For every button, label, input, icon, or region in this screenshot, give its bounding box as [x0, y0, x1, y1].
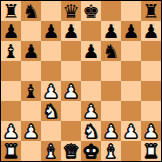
square-h6[interactable]	[141, 41, 161, 61]
square-a7[interactable]: ♟	[1, 21, 21, 41]
square-f6[interactable]: ♞	[101, 41, 121, 61]
square-h1[interactable]: ♜	[141, 141, 161, 161]
square-b5[interactable]	[21, 61, 41, 81]
square-g2[interactable]: ♟	[121, 121, 141, 141]
square-g7[interactable]: ♟	[121, 21, 141, 41]
square-e3[interactable]: ♟	[81, 101, 101, 121]
square-a3[interactable]	[1, 101, 21, 121]
square-h7[interactable]: ♟	[141, 21, 161, 41]
square-c6[interactable]	[41, 41, 61, 61]
square-c4[interactable]: ♟	[41, 81, 61, 101]
square-c7[interactable]: ♟	[41, 21, 61, 41]
piece-white-bishop[interactable]: ♝	[102, 141, 119, 161]
square-g4[interactable]	[121, 81, 141, 101]
piece-white-pawn[interactable]: ♟	[2, 121, 19, 141]
square-d3[interactable]	[61, 101, 81, 121]
piece-white-pawn[interactable]: ♟	[142, 121, 159, 141]
square-h4[interactable]	[141, 81, 161, 101]
piece-white-bishop[interactable]: ♝	[42, 141, 59, 161]
square-e1[interactable]: ♚	[81, 141, 101, 161]
square-b2[interactable]: ♟	[21, 121, 41, 141]
square-h3[interactable]	[141, 101, 161, 121]
piece-white-knight[interactable]: ♞	[42, 101, 59, 121]
square-b1[interactable]	[21, 141, 41, 161]
square-b4[interactable]: ♝	[21, 81, 41, 101]
square-f8[interactable]	[101, 1, 121, 21]
piece-white-queen[interactable]: ♛	[62, 141, 79, 161]
square-e6[interactable]: ♟	[81, 41, 101, 61]
piece-black-knight[interactable]: ♞	[22, 1, 39, 21]
piece-black-rook[interactable]: ♜	[2, 1, 19, 21]
square-d6[interactable]	[61, 41, 81, 61]
square-g8[interactable]	[121, 1, 141, 21]
square-g1[interactable]	[121, 141, 141, 161]
square-d2[interactable]	[61, 121, 81, 141]
square-g5[interactable]	[121, 61, 141, 81]
square-a1[interactable]: ♜	[1, 141, 21, 161]
square-a8[interactable]: ♜	[1, 1, 21, 21]
square-h5[interactable]	[141, 61, 161, 81]
square-b8[interactable]: ♞	[21, 1, 41, 21]
piece-black-king[interactable]: ♚	[82, 1, 99, 21]
piece-black-bishop[interactable]: ♝	[2, 41, 19, 61]
square-c3[interactable]: ♞	[41, 101, 61, 121]
piece-black-pawn[interactable]: ♟	[42, 21, 59, 41]
square-e4[interactable]	[81, 81, 101, 101]
square-e5[interactable]	[81, 61, 101, 81]
square-d4[interactable]: ♟	[61, 81, 81, 101]
square-c1[interactable]: ♝	[41, 141, 61, 161]
square-f3[interactable]	[101, 101, 121, 121]
square-c5[interactable]	[41, 61, 61, 81]
square-f4[interactable]	[101, 81, 121, 101]
piece-black-pawn[interactable]: ♟	[2, 21, 19, 41]
square-c2[interactable]	[41, 121, 61, 141]
piece-black-knight[interactable]: ♞	[102, 41, 119, 61]
piece-white-rook[interactable]: ♜	[142, 141, 159, 161]
piece-black-pawn[interactable]: ♟	[62, 21, 79, 41]
piece-black-pawn[interactable]: ♟	[142, 21, 159, 41]
square-g3[interactable]	[121, 101, 141, 121]
square-b6[interactable]: ♟	[21, 41, 41, 61]
square-d1[interactable]: ♛	[61, 141, 81, 161]
square-a6[interactable]: ♝	[1, 41, 21, 61]
chess-board-frame: ♜♞♛♚♜♟♟♟♟♟♟♝♟♟♞♝♟♟♞♟♟♟♞♟♟♟♜♝♛♚♝♜	[0, 0, 162, 162]
piece-black-pawn[interactable]: ♟	[122, 21, 139, 41]
square-a4[interactable]	[1, 81, 21, 101]
piece-white-pawn[interactable]: ♟	[82, 101, 99, 121]
square-f5[interactable]	[101, 61, 121, 81]
square-g6[interactable]	[121, 41, 141, 61]
square-e2[interactable]: ♞	[81, 121, 101, 141]
chess-board: ♜♞♛♚♜♟♟♟♟♟♟♝♟♟♞♝♟♟♞♟♟♟♞♟♟♟♜♝♛♚♝♜	[1, 1, 161, 161]
piece-white-pawn[interactable]: ♟	[122, 121, 139, 141]
piece-white-pawn[interactable]: ♟	[22, 121, 39, 141]
square-d8[interactable]: ♛	[61, 1, 81, 21]
piece-black-rook[interactable]: ♜	[142, 1, 159, 21]
square-f1[interactable]: ♝	[101, 141, 121, 161]
piece-black-bishop[interactable]: ♝	[22, 81, 39, 101]
square-e8[interactable]: ♚	[81, 1, 101, 21]
piece-black-queen[interactable]: ♛	[62, 1, 79, 21]
piece-black-pawn[interactable]: ♟	[22, 41, 39, 61]
square-f2[interactable]: ♟	[101, 121, 121, 141]
square-a2[interactable]: ♟	[1, 121, 21, 141]
square-a5[interactable]	[1, 61, 21, 81]
square-h2[interactable]: ♟	[141, 121, 161, 141]
square-f7[interactable]: ♟	[101, 21, 121, 41]
square-e7[interactable]	[81, 21, 101, 41]
piece-black-pawn[interactable]: ♟	[82, 41, 99, 61]
piece-white-pawn[interactable]: ♟	[62, 81, 79, 101]
square-d7[interactable]: ♟	[61, 21, 81, 41]
piece-white-rook[interactable]: ♜	[2, 141, 19, 161]
piece-white-knight[interactable]: ♞	[82, 121, 99, 141]
square-c8[interactable]	[41, 1, 61, 21]
piece-black-pawn[interactable]: ♟	[102, 21, 119, 41]
square-b7[interactable]	[21, 21, 41, 41]
piece-white-king[interactable]: ♚	[82, 141, 99, 161]
piece-white-pawn[interactable]: ♟	[42, 81, 59, 101]
square-b3[interactable]	[21, 101, 41, 121]
square-h8[interactable]: ♜	[141, 1, 161, 21]
piece-white-pawn[interactable]: ♟	[102, 121, 119, 141]
square-d5[interactable]	[61, 61, 81, 81]
